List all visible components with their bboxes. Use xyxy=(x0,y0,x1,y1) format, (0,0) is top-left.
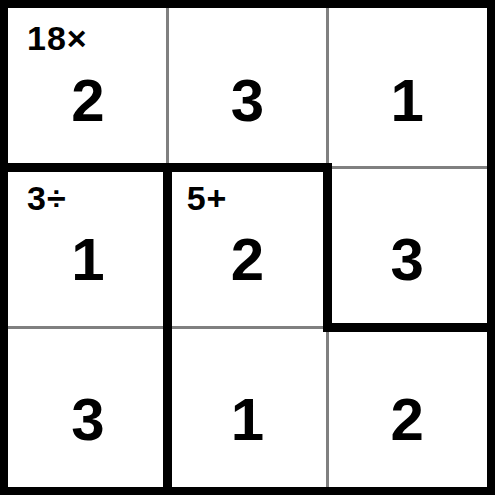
cell-value: 1 xyxy=(390,71,423,131)
cell-value: 2 xyxy=(231,230,264,290)
cell-value: 2 xyxy=(71,71,104,131)
cell-r1c1[interactable]: 5+ 2 xyxy=(168,168,328,328)
cell-value: 2 xyxy=(390,390,423,450)
kenken-board: 18× 2 3 1 3÷ 1 5+ 2 3 3 1 xyxy=(0,0,495,495)
cell-r2c1[interactable]: 1 xyxy=(168,327,328,487)
cell-grid: 18× 2 3 1 3÷ 1 5+ 2 3 3 1 xyxy=(8,8,487,487)
cell-r2c2[interactable]: 2 xyxy=(327,327,487,487)
cell-value: 1 xyxy=(231,390,264,450)
cage-clue: 18× xyxy=(27,21,88,55)
cage-clue: 5+ xyxy=(187,181,228,215)
cage-clue: 3÷ xyxy=(27,181,67,215)
cell-r0c1[interactable]: 3 xyxy=(168,8,328,168)
cell-value: 1 xyxy=(71,230,104,290)
cell-r1c2[interactable]: 3 xyxy=(327,168,487,328)
cell-r0c0[interactable]: 18× 2 xyxy=(8,8,168,168)
cell-r2c0[interactable]: 3 xyxy=(8,327,168,487)
cell-value: 3 xyxy=(231,71,264,131)
cell-r0c2[interactable]: 1 xyxy=(327,8,487,168)
cell-value: 3 xyxy=(71,390,104,450)
cell-value: 3 xyxy=(390,230,423,290)
cell-r1c0[interactable]: 3÷ 1 xyxy=(8,168,168,328)
